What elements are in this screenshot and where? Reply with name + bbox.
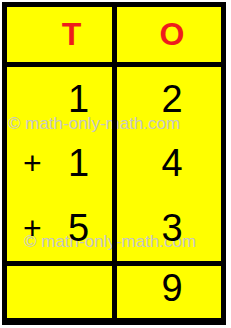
answer-ones-digit: 9 bbox=[155, 267, 182, 310]
ones-digit: 3 bbox=[155, 207, 182, 250]
header-cell-tens: T bbox=[7, 7, 112, 62]
plus-sign: + bbox=[7, 210, 45, 247]
addend-row-2-ones: 4 bbox=[117, 132, 221, 197]
header-separator-line bbox=[2, 62, 226, 67]
tens-digit: 1 bbox=[45, 142, 112, 185]
plus-sign: + bbox=[7, 145, 45, 182]
answer-cell-tens bbox=[7, 266, 112, 318]
addend-row-2-tens: + 1 bbox=[7, 132, 112, 197]
ones-digit: 2 bbox=[155, 78, 182, 121]
ones-digit: 4 bbox=[155, 142, 182, 185]
tens-body-cell: 1 + 1 + 5 bbox=[7, 67, 112, 261]
answer-cell-ones: 9 bbox=[117, 266, 221, 318]
ones-column-label: O bbox=[160, 16, 185, 53]
tens-digit: 5 bbox=[45, 207, 112, 250]
tens-column-label: T bbox=[62, 16, 82, 53]
tens-digit: 1 bbox=[45, 78, 112, 121]
addition-table: T O 1 + 1 + 5 2 4 bbox=[2, 2, 226, 325]
header-cell-ones: O bbox=[117, 7, 221, 62]
answer-separator-line bbox=[2, 261, 226, 266]
column-divider-line bbox=[112, 2, 117, 325]
